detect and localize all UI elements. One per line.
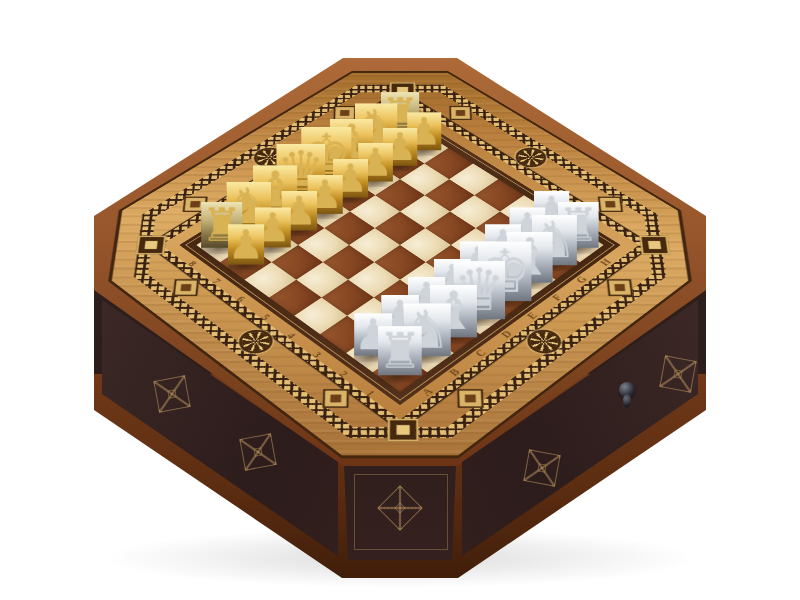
- diamond-medallion-icon: [449, 106, 472, 120]
- diamond-medallion-icon: [173, 279, 199, 296]
- rook-glyph: ♜: [378, 326, 422, 375]
- rank-label-5: 5: [245, 304, 285, 332]
- chessboard-top: 8A7B6C5D4E3F2G1H ♜♞♝♛♚♝♞♜♟♟♟♟♟♟♟♟♟♟♟♟♟♟♟…: [61, 42, 740, 503]
- file-label-H: H: [587, 250, 622, 275]
- star-medallion-icon: [525, 328, 564, 355]
- file-label-F: F: [538, 285, 574, 310]
- piece-black-pawn-a7[interactable]: ♟: [228, 224, 264, 264]
- file-label-E: E: [513, 303, 550, 329]
- diamond-medallion-icon: [136, 236, 166, 255]
- pawn-glyph: ♟: [228, 224, 264, 264]
- diamond-medallion-icon: [390, 82, 416, 98]
- piece-white-rook-a1[interactable]: ♜: [378, 326, 422, 375]
- rank-label-3: 3: [297, 340, 338, 369]
- diamond-medallion-icon: [598, 197, 623, 212]
- file-label-D: D: [488, 321, 525, 347]
- diamond-medallion-icon: [607, 279, 633, 296]
- diamond-medallion-icon: [322, 389, 349, 408]
- rank-label-6: 6: [221, 286, 261, 313]
- rank-label-7: 7: [196, 268, 236, 295]
- scene: 8A7B6C5D4E3F2G1H ♜♞♝♛♚♝♞♜♟♟♟♟♟♟♟♟♟♟♟♟♟♟♟…: [0, 0, 800, 600]
- diamond-medallion-icon: [388, 419, 419, 442]
- star-medallion-icon: [237, 328, 276, 355]
- file-label-G: G: [563, 267, 599, 292]
- diamond-medallion-icon: [457, 389, 484, 408]
- rank-label-4: 4: [271, 322, 312, 350]
- diamond-medallion-icon: [333, 106, 356, 120]
- diamond-medallion-icon: [639, 236, 670, 255]
- chess-set-photo: 8A7B6C5D4E3F2G1H ♜♞♝♛♚♝♞♜♟♟♟♟♟♟♟♟♟♟♟♟♟♟♟…: [0, 0, 800, 600]
